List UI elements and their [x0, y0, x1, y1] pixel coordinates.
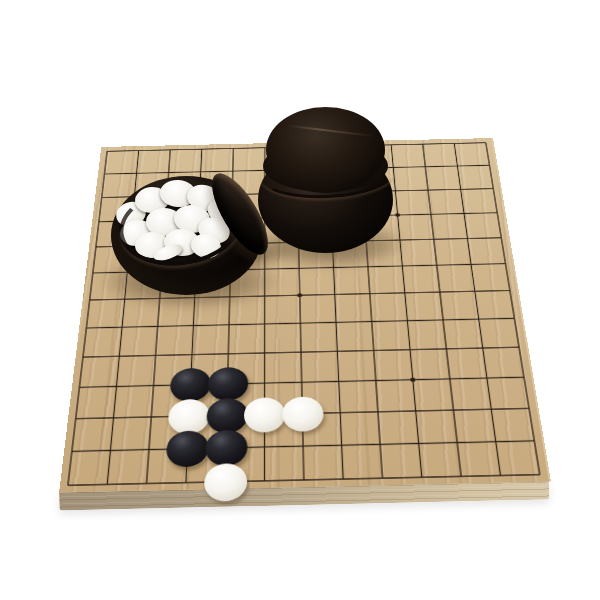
white-stone-G3 [282, 396, 324, 432]
star-point [297, 293, 302, 297]
go-product-photo [0, 0, 600, 600]
board [0, 0, 600, 600]
star-point [395, 213, 400, 217]
star-point [410, 377, 416, 381]
